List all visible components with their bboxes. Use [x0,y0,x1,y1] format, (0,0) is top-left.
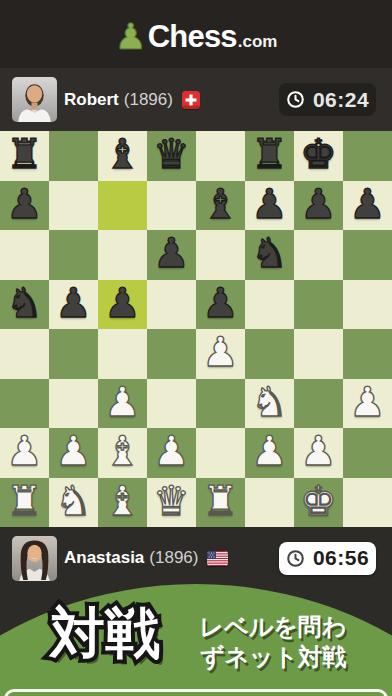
square-b2[interactable]: ♟ [49,428,98,478]
square-a3[interactable] [0,379,49,429]
square-h6[interactable] [343,230,392,280]
player-rating: (1896) [124,90,173,110]
white-pawn-h3: ♟ [349,382,386,423]
square-h4[interactable] [343,329,392,379]
white-knight-b1: ♞ [55,481,92,522]
square-e7[interactable]: ♝ [196,181,245,231]
black-pawn-d6: ♟ [153,233,190,274]
square-d5[interactable] [147,280,196,330]
square-a4[interactable] [0,329,49,379]
bottom-card-edge[interactable] [4,689,388,696]
player-name: Anastasia [64,548,144,568]
logo-brand-text: Chess [148,21,237,52]
black-knight-f6: ♞ [251,233,288,274]
square-b1[interactable]: ♞ [49,478,98,528]
player-name: Robert [64,90,119,110]
white-bishop-c2: ♝ [104,431,141,472]
white-pawn-e4: ♟ [202,332,239,373]
green-pawn-icon: ♟ [114,19,146,55]
square-h8[interactable] [343,131,392,181]
square-d7[interactable] [147,181,196,231]
avatar[interactable] [12,77,57,122]
white-pawn-a2: ♟ [6,431,43,472]
us-flag-icon [207,551,228,566]
bottom-player-clock: 06:56 [279,542,376,575]
square-g6[interactable] [294,230,343,280]
white-pawn-g2: ♟ [300,431,337,472]
square-c5[interactable]: ♟ [98,280,147,330]
chess-board: ♜♝♛♜♚♟♝♟♟♟♟♞♞♟♟♟♟♟♞♟♟♟♝♟♟♟♜♞♝♛♜♚ [0,131,392,527]
square-b7[interactable] [49,181,98,231]
square-b3[interactable] [49,379,98,429]
square-g2[interactable]: ♟ [294,428,343,478]
square-d3[interactable] [147,379,196,429]
clock-icon [286,90,305,109]
square-c2[interactable]: ♝ [98,428,147,478]
square-g1[interactable]: ♚ [294,478,343,528]
square-a2[interactable]: ♟ [0,428,49,478]
square-c4[interactable] [98,329,147,379]
square-g4[interactable] [294,329,343,379]
black-bishop-c8: ♝ [104,134,141,175]
white-knight-f3: ♞ [251,382,288,423]
square-d4[interactable] [147,329,196,379]
square-b6[interactable] [49,230,98,280]
white-rook-a1: ♜ [6,481,43,522]
black-queen-d8: ♛ [153,134,190,175]
square-h2[interactable] [343,428,392,478]
top-player-clock: 06:24 [279,83,376,116]
white-rook-e1: ♜ [202,481,239,522]
black-pawn-g7: ♟ [300,184,337,225]
square-c3[interactable]: ♟ [98,379,147,429]
white-pawn-f2: ♟ [251,431,288,472]
square-f7[interactable]: ♟ [245,181,294,231]
swiss-flag-icon [182,91,200,109]
clock-time: 06:24 [313,88,369,112]
square-h7[interactable]: ♟ [343,181,392,231]
black-pawn-a7: ♟ [6,184,43,225]
square-b8[interactable] [49,131,98,181]
square-f4[interactable] [245,329,294,379]
square-f5[interactable] [245,280,294,330]
white-bishop-c1: ♝ [104,481,141,522]
white-queen-d1: ♛ [153,481,190,522]
black-pawn-e5: ♟ [202,283,239,324]
square-c8[interactable]: ♝ [98,131,147,181]
banner-subtitle-line2: ずネット対戦 [198,642,348,672]
square-f1[interactable] [245,478,294,528]
white-pawn-b2: ♟ [55,431,92,472]
black-pawn-c5: ♟ [104,283,141,324]
square-c7[interactable] [98,181,147,231]
square-h3[interactable]: ♟ [343,379,392,429]
square-g7[interactable]: ♟ [294,181,343,231]
square-a5[interactable]: ♞ [0,280,49,330]
player-rating: (1896) [149,548,198,568]
avatar[interactable] [12,536,57,581]
app-header: ♟ Chess .com [0,0,392,68]
square-c1[interactable]: ♝ [98,478,147,528]
top-player-bar: Robert (1896) 06:24 [0,68,392,131]
square-a8[interactable]: ♜ [0,131,49,181]
square-e1[interactable]: ♜ [196,478,245,528]
square-d1[interactable]: ♛ [147,478,196,528]
square-f6[interactable]: ♞ [245,230,294,280]
square-h5[interactable] [343,280,392,330]
square-g8[interactable]: ♚ [294,131,343,181]
black-knight-a5: ♞ [6,283,43,324]
clock-icon [286,549,305,568]
square-e4[interactable]: ♟ [196,329,245,379]
square-g3[interactable] [294,379,343,429]
square-b5[interactable]: ♟ [49,280,98,330]
square-c6[interactable] [98,230,147,280]
black-pawn-h7: ♟ [349,184,386,225]
square-b4[interactable] [49,329,98,379]
banner-subtitle: レベルを問わ ずネット対戦 [198,612,348,671]
square-d2[interactable]: ♟ [147,428,196,478]
black-bishop-e7: ♝ [202,184,239,225]
bottom-player-info: Anastasia (1896) [64,548,228,568]
square-e2[interactable] [196,428,245,478]
square-a7[interactable]: ♟ [0,181,49,231]
square-h1[interactable] [343,478,392,528]
chesscom-logo[interactable]: ♟ Chess .com [114,16,277,52]
white-pawn-d2: ♟ [153,431,190,472]
banner-title-text: 対戦 [50,602,160,664]
square-d8[interactable]: ♛ [147,131,196,181]
black-pawn-b5: ♟ [55,283,92,324]
black-rook-f8: ♜ [251,134,288,175]
square-f8[interactable]: ♜ [245,131,294,181]
banner-title[interactable]: 対戦 対戦 [50,606,160,661]
bottom-player-bar: Anastasia (1896) [0,527,392,589]
banner-subtitle-line1: レベルを問わ [198,612,348,642]
square-d6[interactable]: ♟ [147,230,196,280]
black-king-g8: ♚ [300,134,337,175]
black-pawn-f7: ♟ [251,184,288,225]
clock-time: 06:56 [313,546,369,570]
square-a6[interactable] [0,230,49,280]
square-e8[interactable] [196,131,245,181]
chess-app: ♟ Chess .com Robert (1896) [0,0,392,696]
black-rook-a8: ♜ [6,134,43,175]
white-king-g1: ♚ [300,481,337,522]
square-e5[interactable]: ♟ [196,280,245,330]
logo-suffix-text: .com [238,33,278,52]
square-e3[interactable] [196,379,245,429]
white-pawn-c3: ♟ [104,382,141,423]
square-f2[interactable]: ♟ [245,428,294,478]
bottom-section: Anastasia (1896) [0,527,392,696]
square-e6[interactable] [196,230,245,280]
square-f3[interactable]: ♞ [245,379,294,429]
square-g5[interactable] [294,280,343,330]
top-player-info: Robert (1896) [64,90,200,110]
square-a1[interactable]: ♜ [0,478,49,528]
